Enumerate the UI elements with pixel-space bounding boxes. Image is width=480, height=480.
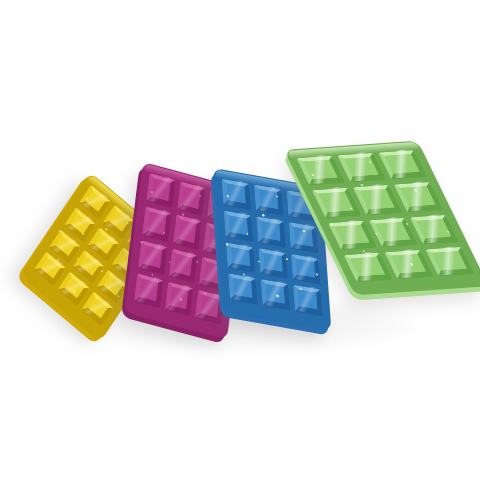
candy-segment (169, 248, 198, 283)
candy-segment (384, 249, 433, 279)
candy-segment (369, 217, 418, 247)
candy-segment (142, 206, 171, 241)
candy-segment (394, 182, 443, 212)
candy-segment (312, 188, 361, 218)
candy-segment (134, 273, 163, 308)
candy-segment (226, 242, 255, 273)
candy-segment (425, 247, 474, 277)
candy-segment (146, 173, 175, 208)
candy-segment (177, 181, 206, 216)
candy-segment (378, 150, 427, 180)
candy-photo (0, 0, 480, 480)
candy-segment (343, 252, 392, 282)
candy-segment (291, 253, 320, 284)
candy-segment (173, 215, 202, 250)
candy-segment (293, 285, 322, 316)
candy-segment (138, 240, 167, 275)
candy-segment (289, 222, 318, 253)
candy-segment (353, 185, 402, 215)
candy-segment (261, 279, 290, 310)
candy-segment (328, 220, 377, 250)
candy-segment (296, 156, 345, 186)
candy-segment (258, 248, 287, 279)
candy-segment (337, 153, 386, 183)
candy-segment (164, 281, 193, 316)
candy-segment (222, 179, 251, 210)
candy-segment (224, 210, 253, 241)
candy-segment (254, 184, 283, 215)
candy-segment (228, 273, 257, 304)
candy-segment (195, 289, 224, 324)
candy-segment (256, 216, 285, 247)
candy-segment (409, 214, 458, 244)
